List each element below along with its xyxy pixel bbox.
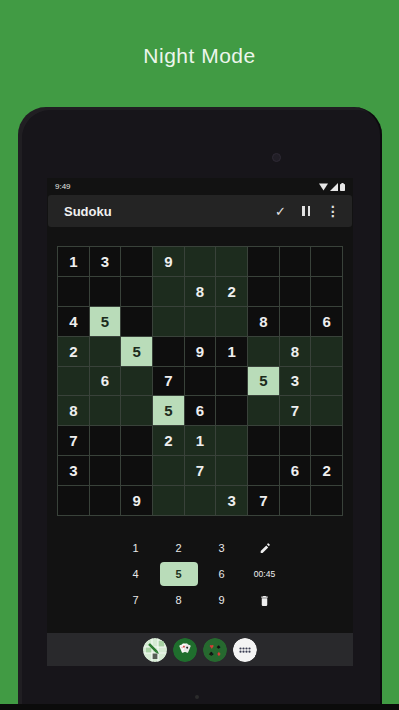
overflow-menu-button[interactable]: ⋮ xyxy=(326,204,340,218)
sudoku-cell-r4c2[interactable] xyxy=(90,337,121,366)
check-button[interactable]: ✓ xyxy=(275,205,286,218)
digit-button-8[interactable]: 8 xyxy=(157,587,200,613)
sudoku-cell-r7c1[interactable]: 7 xyxy=(58,426,89,455)
sudoku-cell-r4c9[interactable] xyxy=(311,337,342,366)
sudoku-cell-r3c4[interactable] xyxy=(153,307,184,336)
svg-text:♦: ♦ xyxy=(217,650,221,657)
digit-button-6[interactable]: 6 xyxy=(200,561,243,587)
number-pad: 123456789 00:45 xyxy=(114,535,286,613)
sudoku-cell-r6c5[interactable]: 6 xyxy=(185,396,216,425)
wifi-icon xyxy=(319,183,328,191)
sudoku-cell-r5c6[interactable] xyxy=(216,367,247,396)
digit-button-4[interactable]: 4 xyxy=(114,561,157,587)
sudoku-cell-r7c5[interactable]: 1 xyxy=(185,426,216,455)
digit-button-2[interactable]: 2 xyxy=(157,535,200,561)
tablet-screen: 9:49 Sudoku ✓ ⋮ 139824586259186753856772… xyxy=(47,178,353,666)
sudoku-cell-r7c7[interactable] xyxy=(248,426,279,455)
sudoku-cell-r7c4[interactable]: 2 xyxy=(153,426,184,455)
sudoku-cell-r2c1[interactable] xyxy=(58,277,89,306)
digit-button-3[interactable]: 3 xyxy=(200,535,243,561)
sudoku-cell-r6c7[interactable] xyxy=(248,396,279,425)
sudoku-cell-r4c4[interactable] xyxy=(153,337,184,366)
sudoku-cell-r2c3[interactable] xyxy=(121,277,152,306)
sudoku-cell-r6c3[interactable] xyxy=(121,396,152,425)
signal-icon xyxy=(330,183,338,191)
sudoku-cell-r8c7[interactable] xyxy=(248,456,279,485)
sudoku-cell-r8c6[interactable] xyxy=(216,456,247,485)
sudoku-cell-r7c6[interactable] xyxy=(216,426,247,455)
status-bar: 9:49 xyxy=(47,178,353,195)
sudoku-cell-r9c9[interactable] xyxy=(311,486,342,515)
sudoku-cell-r5c7[interactable]: 5 xyxy=(248,367,279,396)
svg-text:♥: ♥ xyxy=(209,643,213,650)
sudoku-cell-r1c5[interactable] xyxy=(185,247,216,276)
sudoku-cell-r9c1[interactable] xyxy=(58,486,89,515)
sudoku-board: 13982458625918675385677213762937 xyxy=(57,246,343,516)
sudoku-cell-r9c2[interactable] xyxy=(90,486,121,515)
sudoku-cell-r1c9[interactable] xyxy=(311,247,342,276)
trash-button[interactable] xyxy=(243,587,286,613)
sudoku-cell-r8c4[interactable] xyxy=(153,456,184,485)
battery-icon xyxy=(340,183,345,191)
sudoku-cell-r3c1[interactable]: 4 xyxy=(58,307,89,336)
sudoku-cell-r6c6[interactable] xyxy=(216,396,247,425)
sudoku-cell-r3c5[interactable] xyxy=(185,307,216,336)
sudoku-cell-r7c8[interactable] xyxy=(280,426,311,455)
sudoku-cell-r2c5[interactable]: 8 xyxy=(185,277,216,306)
sudoku-cell-r5c9[interactable] xyxy=(311,367,342,396)
sudoku-cell-r1c2[interactable]: 3 xyxy=(90,247,121,276)
front-camera xyxy=(272,153,281,162)
sudoku-cell-r2c8[interactable] xyxy=(280,277,311,306)
sudoku-cell-r9c3[interactable]: 9 xyxy=(121,486,152,515)
sudoku-cell-r5c1[interactable] xyxy=(58,367,89,396)
sudoku-cell-r9c7[interactable]: 7 xyxy=(248,486,279,515)
app-title: Sudoku xyxy=(64,204,275,219)
sudoku-cell-r5c5[interactable] xyxy=(185,367,216,396)
sudoku-cell-r1c1[interactable]: 1 xyxy=(58,247,89,276)
sudoku-cell-r9c5[interactable] xyxy=(185,486,216,515)
timer: 00:45 xyxy=(243,561,286,587)
sudoku-cell-r2c7[interactable] xyxy=(248,277,279,306)
sudoku-cell-r1c3[interactable] xyxy=(121,247,152,276)
sudoku-cell-r2c9[interactable] xyxy=(311,277,342,306)
svg-text:♠: ♠ xyxy=(217,643,221,650)
sudoku-cell-r8c8[interactable]: 6 xyxy=(280,456,311,485)
sudoku-cell-r2c6[interactable]: 2 xyxy=(216,277,247,306)
sudoku-cell-r7c3[interactable] xyxy=(121,426,152,455)
sudoku-cell-r4c6[interactable]: 1 xyxy=(216,337,247,366)
sudoku-cell-r3c2[interactable]: 5 xyxy=(90,307,121,336)
sudoku-cell-r1c8[interactable] xyxy=(280,247,311,276)
sudoku-cell-r2c2[interactable] xyxy=(90,277,121,306)
page-title: Night Mode xyxy=(0,44,399,68)
pencil-button[interactable] xyxy=(243,535,286,561)
digit-button-7[interactable]: 7 xyxy=(114,587,157,613)
suits-app-icon[interactable]: ♥ ♠ ♣ ♦ xyxy=(203,638,227,662)
dock: ♥ ♠ ♣ ♦ xyxy=(47,633,353,666)
pad-tools: 00:45 xyxy=(243,535,286,613)
sudoku-cell-r4c3[interactable]: 5 xyxy=(121,337,152,366)
digit-button-1[interactable]: 1 xyxy=(114,535,157,561)
cards-app-icon[interactable] xyxy=(173,638,197,662)
sudoku-cell-r6c8[interactable]: 7 xyxy=(280,396,311,425)
digit-button-5[interactable]: 5 xyxy=(157,561,200,587)
sudoku-cell-r8c9[interactable]: 2 xyxy=(311,456,342,485)
status-icons xyxy=(319,183,345,191)
sudoku-cell-r8c2[interactable] xyxy=(90,456,121,485)
sudoku-cell-r4c7[interactable] xyxy=(248,337,279,366)
sudoku-cell-r3c6[interactable] xyxy=(216,307,247,336)
sudoku-cell-r3c9[interactable]: 6 xyxy=(311,307,342,336)
trash-icon xyxy=(259,594,270,607)
sudoku-cell-r5c2[interactable]: 6 xyxy=(90,367,121,396)
sudoku-cell-r4c8[interactable]: 8 xyxy=(280,337,311,366)
sudoku-cell-r3c8[interactable] xyxy=(280,307,311,336)
sudoku-cell-r1c4[interactable]: 9 xyxy=(153,247,184,276)
bottom-edge xyxy=(0,704,399,710)
digit-buttons: 123456789 xyxy=(114,535,243,613)
sudoku-cell-r6c9[interactable] xyxy=(311,396,342,425)
sudoku-cell-r3c7[interactable]: 8 xyxy=(248,307,279,336)
sudoku-cell-r9c4[interactable] xyxy=(153,486,184,515)
sudoku-cell-r1c6[interactable] xyxy=(216,247,247,276)
sudoku-cell-r6c1[interactable]: 8 xyxy=(58,396,89,425)
clock: 9:49 xyxy=(55,182,71,191)
pause-button[interactable] xyxy=(302,206,310,216)
sudoku-cell-r4c5[interactable]: 9 xyxy=(185,337,216,366)
sudoku-cell-r3c3[interactable] xyxy=(121,307,152,336)
sudoku-cell-r6c2[interactable] xyxy=(90,396,121,425)
sudoku-cell-r8c1[interactable]: 3 xyxy=(58,456,89,485)
pencil-icon xyxy=(259,542,271,554)
sudoku-cell-r2c4[interactable] xyxy=(153,277,184,306)
svg-text:♣: ♣ xyxy=(209,650,214,657)
sudoku-cell-r5c8[interactable]: 3 xyxy=(280,367,311,396)
sudoku-cell-r8c3[interactable] xyxy=(121,456,152,485)
sudoku-cell-r6c4[interactable]: 5 xyxy=(153,396,184,425)
sudoku-cell-r4c1[interactable]: 2 xyxy=(58,337,89,366)
sudoku-cell-r1c7[interactable] xyxy=(248,247,279,276)
tablet-device: 9:49 Sudoku ✓ ⋮ 139824586259186753856772… xyxy=(18,107,382,710)
sudoku-app-icon[interactable] xyxy=(143,638,167,662)
sudoku-cell-r7c2[interactable] xyxy=(90,426,121,455)
sudoku-cell-r5c3[interactable] xyxy=(121,367,152,396)
digit-button-9[interactable]: 9 xyxy=(200,587,243,613)
sudoku-cell-r5c4[interactable]: 7 xyxy=(153,367,184,396)
sudoku-cell-r7c9[interactable] xyxy=(311,426,342,455)
sudoku-cell-r9c6[interactable]: 3 xyxy=(216,486,247,515)
app-bar: Sudoku ✓ ⋮ xyxy=(48,195,352,227)
app-drawer-icon[interactable] xyxy=(233,638,257,662)
home-indicator xyxy=(195,695,199,699)
sudoku-cell-r8c5[interactable]: 7 xyxy=(185,456,216,485)
sudoku-cell-r9c8[interactable] xyxy=(280,486,311,515)
